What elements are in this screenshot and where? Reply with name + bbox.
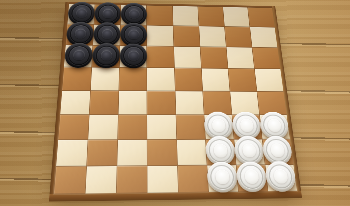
white-piece[interactable]: ⛀ xyxy=(236,161,268,192)
white-piece[interactable]: ⛀ xyxy=(264,161,297,192)
black-piece[interactable]: ⛂ xyxy=(64,43,93,68)
white-piece[interactable]: ⛀ xyxy=(206,162,238,193)
wood-table-background: ⛂⛂⛂⛂⛂⛂⛂⛂⛂⛀⛀⛀⛀⛀⛀⛀⛀⛀ xyxy=(0,0,350,206)
black-piece[interactable]: ⛂ xyxy=(92,43,120,68)
checkers-board: ⛂⛂⛂⛂⛂⛂⛂⛂⛂⛀⛀⛀⛀⛀⛀⛀⛀⛀ xyxy=(54,4,297,194)
pieces-layer: ⛂⛂⛂⛂⛂⛂⛂⛂⛂⛀⛀⛀⛀⛀⛀⛀⛀⛀ xyxy=(54,4,297,194)
black-piece[interactable]: ⛂ xyxy=(120,43,147,68)
